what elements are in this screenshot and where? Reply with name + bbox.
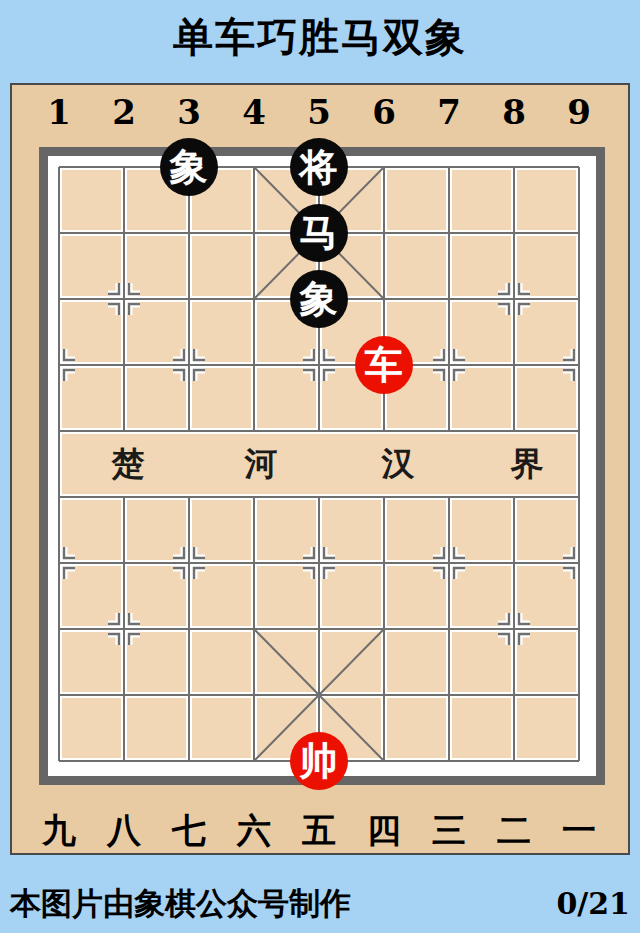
file-label-top: 9 xyxy=(557,87,601,137)
piece-black-elephant[interactable]: 象 xyxy=(160,138,218,196)
pieces-layer: 象将马象车帅 xyxy=(26,134,611,794)
file-label-bottom: 二 xyxy=(492,805,536,855)
file-label-top: 5 xyxy=(297,87,341,137)
piece-black-elephant-2[interactable]: 象 xyxy=(290,270,348,328)
file-label-bottom: 四 xyxy=(362,805,406,855)
file-label-top: 8 xyxy=(492,87,536,137)
page-title: 单车巧胜马双象 xyxy=(0,14,640,60)
piece-black-horse[interactable]: 马 xyxy=(290,204,348,262)
file-label-top: 6 xyxy=(362,87,406,137)
piece-red-general[interactable]: 帅 xyxy=(290,732,348,790)
piece-red-chariot[interactable]: 车 xyxy=(355,336,413,394)
file-label-bottom: 八 xyxy=(102,805,146,855)
file-label-top: 2 xyxy=(102,87,146,137)
file-label-bottom: 七 xyxy=(167,805,211,855)
footer: 本图片由象棋公众号制作 0/21 xyxy=(0,886,640,922)
move-counter: 0/21 xyxy=(556,886,630,922)
file-label-top: 7 xyxy=(427,87,471,137)
footer-credit: 本图片由象棋公众号制作 xyxy=(10,886,351,922)
file-label-top: 4 xyxy=(232,87,276,137)
file-label-bottom: 五 xyxy=(297,805,341,855)
file-label-bottom: 九 xyxy=(37,805,81,855)
xiangqi-board: 123456789 楚河汉界 象将马象车帅 九八七六五四三二一 xyxy=(10,83,630,855)
file-label-top: 3 xyxy=(167,87,211,137)
file-label-bottom: 三 xyxy=(427,805,471,855)
file-label-bottom: 六 xyxy=(232,805,276,855)
piece-black-general[interactable]: 将 xyxy=(290,138,348,196)
file-label-top: 1 xyxy=(37,87,81,137)
file-label-bottom: 一 xyxy=(557,805,601,855)
